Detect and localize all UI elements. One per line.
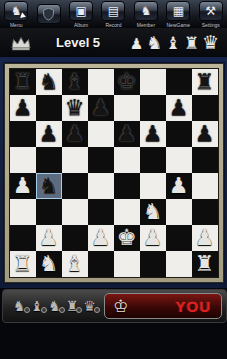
- square-h8[interactable]: ♜: [192, 69, 218, 95]
- white-pawn-g4: ♟: [169, 175, 189, 197]
- black-pawn-e6: ♟: [117, 123, 137, 145]
- square-f6[interactable]: ♟: [140, 121, 166, 147]
- square-a3[interactable]: [10, 199, 36, 225]
- square-d4[interactable]: [88, 173, 114, 199]
- captured-knight-icon: ♞: [48, 299, 61, 313]
- white-knight-f3: ♞: [143, 201, 163, 223]
- square-c1[interactable]: ♝: [62, 251, 88, 277]
- square-c5[interactable]: [62, 147, 88, 173]
- square-e7[interactable]: [114, 95, 140, 121]
- square-e1[interactable]: [114, 251, 140, 277]
- square-g1[interactable]: [166, 251, 192, 277]
- knight-cursor-icon: ♞: [4, 1, 28, 21]
- toolbar-item-label: Settings: [202, 22, 220, 28]
- square-h1[interactable]: ♜: [192, 251, 218, 277]
- square-b5[interactable]: [36, 147, 62, 173]
- turn-indicator: ♔ YOU: [104, 293, 222, 319]
- square-d7[interactable]: ♟: [88, 95, 114, 121]
- board-section: ♜♞♝♚♜♟♛♟♟♟♟♟♟♟♟♞♟♞♟♟♚♟♟♜♞♝♜: [0, 57, 227, 288]
- square-b8[interactable]: ♞: [36, 69, 62, 95]
- black-pawn-f6: ♟: [143, 123, 163, 145]
- square-f3[interactable]: ♞: [140, 199, 166, 225]
- black-pawn-a7: ♟: [13, 97, 33, 119]
- square-h6[interactable]: ♟: [192, 121, 218, 147]
- captured-tray: ♞♝♞♜♛: [13, 299, 96, 313]
- shield-icon: [37, 4, 61, 24]
- level-pawn-icon: ♟: [130, 37, 143, 52]
- toolbar-item-label: Album: [74, 22, 88, 28]
- black-pawn-h6: ♟: [195, 123, 215, 145]
- white-pawn-d2: ♟: [91, 227, 111, 249]
- level-bishop-icon: ♝: [165, 35, 180, 52]
- cursor-icon: [20, 12, 27, 19]
- white-king-e2: ♚: [117, 227, 137, 249]
- square-h7[interactable]: [192, 95, 218, 121]
- black-pawn-b6: ♟: [39, 123, 59, 145]
- toolbar: ♞Menu▣Album▤Record♞Member▦NewGame⚒Settin…: [0, 0, 227, 29]
- black-rook-h8: ♜: [195, 71, 215, 93]
- toolbar-item-shield[interactable]: [34, 4, 64, 25]
- white-pawn-b2: ♟: [39, 227, 59, 249]
- captured-rook-icon: ♜: [66, 299, 79, 313]
- toolbar-item-menu[interactable]: ♞Menu: [1, 1, 31, 28]
- white-bishop-c1: ♝: [65, 253, 85, 275]
- square-e5[interactable]: [114, 147, 140, 173]
- square-g8[interactable]: [166, 69, 192, 95]
- square-h5[interactable]: [192, 147, 218, 173]
- black-queen-c7: ♛: [65, 97, 85, 119]
- square-g4[interactable]: ♟: [166, 173, 192, 199]
- square-a4[interactable]: ♟: [10, 173, 36, 199]
- white-king-icon: ♔: [113, 298, 128, 315]
- square-b2[interactable]: ♟: [36, 225, 62, 251]
- toolbar-item-label: Member: [137, 22, 155, 28]
- level-title: Level 5: [56, 35, 100, 50]
- capture-count-dot: [41, 307, 47, 313]
- turn-label: YOU: [175, 298, 211, 315]
- chess-board[interactable]: ♜♞♝♚♜♟♛♟♟♟♟♟♟♟♟♞♟♞♟♟♚♟♟♜♞♝♜: [9, 68, 219, 278]
- toolbar-item-album[interactable]: ▣Album: [66, 1, 96, 28]
- square-e3[interactable]: [114, 199, 140, 225]
- square-h3[interactable]: [192, 199, 218, 225]
- black-pawn-g7: ♟: [169, 97, 189, 119]
- captured-knight-icon: ♞: [13, 299, 26, 313]
- crown-icon[interactable]: [8, 33, 34, 53]
- board-frame: ♜♞♝♚♜♟♛♟♟♟♟♟♟♟♟♞♟♞♟♟♚♟♟♜♞♝♜: [4, 63, 224, 283]
- square-a1[interactable]: ♜: [10, 251, 36, 277]
- toolbar-item-label: NewGame: [167, 22, 191, 28]
- square-b6[interactable]: ♟: [36, 121, 62, 147]
- wrench-icon: ⚒: [199, 1, 223, 21]
- level-rook-icon: ♜: [184, 35, 199, 52]
- square-e2[interactable]: ♚: [114, 225, 140, 251]
- square-c2[interactable]: [62, 225, 88, 251]
- square-f5[interactable]: [140, 147, 166, 173]
- square-a7[interactable]: ♟: [10, 95, 36, 121]
- square-a5[interactable]: [10, 147, 36, 173]
- square-g5[interactable]: [166, 147, 192, 173]
- square-f2[interactable]: ♟: [140, 225, 166, 251]
- square-c7[interactable]: ♛: [62, 95, 88, 121]
- black-knight-b4: ♞: [39, 175, 59, 197]
- square-a6[interactable]: [10, 121, 36, 147]
- captured-bishop-icon: ♝: [31, 299, 44, 313]
- black-king-e8: ♚: [117, 71, 137, 93]
- square-e6[interactable]: ♟: [114, 121, 140, 147]
- capture-count-dot: [59, 307, 65, 313]
- square-h4[interactable]: [192, 173, 218, 199]
- level-piece-icons: ♟♞♝♜♛: [130, 33, 219, 52]
- square-b7[interactable]: [36, 95, 62, 121]
- black-knight-b8: ♞: [39, 71, 59, 93]
- toolbar-item-settings[interactable]: ⚒Settings: [196, 1, 226, 28]
- square-c3[interactable]: [62, 199, 88, 225]
- square-d5[interactable]: [88, 147, 114, 173]
- square-d2[interactable]: ♟: [88, 225, 114, 251]
- square-h2[interactable]: ♟: [192, 225, 218, 251]
- toolbar-item-label: Record: [105, 22, 121, 28]
- square-e4[interactable]: [114, 173, 140, 199]
- capture-count-dot: [76, 307, 82, 313]
- capture-count-dot: [24, 307, 30, 313]
- black-pawn-d7: ♟: [91, 97, 111, 119]
- white-pawn-a4: ♟: [13, 175, 33, 197]
- toolbar-item-member[interactable]: ♞Member: [131, 1, 161, 28]
- knight-head-icon: ♞: [134, 1, 158, 21]
- toolbar-item-label: Menu: [10, 22, 23, 28]
- level-bar: Level 5 ♟♞♝♜♛: [0, 28, 227, 57]
- level-queen-icon: ♛: [202, 33, 219, 52]
- black-bishop-c8: ♝: [65, 71, 85, 93]
- capture-count-dot: [94, 307, 100, 313]
- square-b1[interactable]: ♞: [36, 251, 62, 277]
- square-b3[interactable]: [36, 199, 62, 225]
- square-c6[interactable]: ♟: [62, 121, 88, 147]
- grid-icon: ▦: [166, 1, 190, 21]
- square-g2[interactable]: [166, 225, 192, 251]
- square-c4[interactable]: [62, 173, 88, 199]
- square-e8[interactable]: ♚: [114, 69, 140, 95]
- black-pawn-c6: ♟: [65, 123, 85, 145]
- square-g7[interactable]: ♟: [166, 95, 192, 121]
- square-d6[interactable]: [88, 121, 114, 147]
- toolbar-item-newgame[interactable]: ▦NewGame: [163, 1, 193, 28]
- white-pawn-f2: ♟: [143, 227, 163, 249]
- square-d1[interactable]: [88, 251, 114, 277]
- level-knight-icon: ♞: [146, 34, 162, 52]
- white-knight-b1: ♞: [39, 253, 59, 275]
- album-icon: ▣: [69, 1, 93, 21]
- square-c8[interactable]: ♝: [62, 69, 88, 95]
- square-a2[interactable]: [10, 225, 36, 251]
- white-rook-a1: ♜: [13, 253, 33, 275]
- captured-queen-icon: ♛: [83, 299, 96, 313]
- black-rook-a8: ♜: [13, 71, 33, 93]
- square-f4[interactable]: [140, 173, 166, 199]
- square-a8[interactable]: ♜: [10, 69, 36, 95]
- square-g6[interactable]: [166, 121, 192, 147]
- square-f8[interactable]: [140, 69, 166, 95]
- white-pawn-h2: ♟: [195, 227, 215, 249]
- toolbar-item-record[interactable]: ▤Record: [98, 1, 128, 28]
- white-rook-h1: ♜: [195, 253, 215, 275]
- square-g3[interactable]: [166, 199, 192, 225]
- square-b4[interactable]: ♞: [36, 173, 62, 199]
- square-d3[interactable]: [88, 199, 114, 225]
- record-icon: ▤: [101, 1, 125, 21]
- bottom-bar: ♞♝♞♜♛ ♔ YOU: [2, 289, 227, 323]
- square-f1[interactable]: [140, 251, 166, 277]
- square-f7[interactable]: [140, 95, 166, 121]
- square-d8[interactable]: [88, 69, 114, 95]
- app-screen: ♞Menu▣Album▤Record♞Member▦NewGame⚒Settin…: [0, 0, 227, 359]
